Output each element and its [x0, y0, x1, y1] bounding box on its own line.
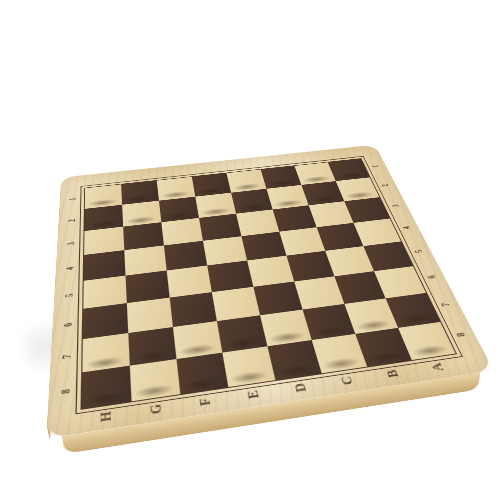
square-f3[interactable] — [161, 218, 203, 246]
rank-label-right-3: 3 — [374, 197, 416, 215]
black-rook-glyph: ♜ — [64, 349, 147, 401]
perspective-wrapper: HGFEDCBA 12345678 12345678 ♜♞♝♚♛♝♞♜♟♟♟♟♟… — [0, 0, 500, 500]
chess-set-photo: HGFEDCBA 12345678 12345678 ♜♞♝♚♛♝♞♜♟♟♟♟♟… — [0, 0, 500, 500]
rank-label-right-2: 2 — [364, 177, 405, 194]
chess-board: HGFEDCBA 12345678 12345678 ♜♞♝♚♛♝♞♜♟♟♟♟♟… — [46, 145, 493, 439]
square-c5[interactable] — [286, 251, 334, 282]
rank-label-right-4: 4 — [384, 218, 428, 237]
square-f4[interactable] — [164, 241, 207, 271]
rank-label-right-5: 5 — [395, 241, 441, 262]
